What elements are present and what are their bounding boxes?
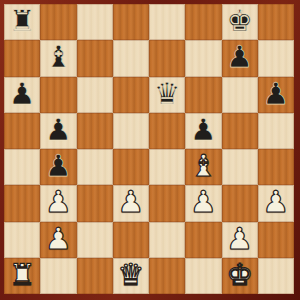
white-queen-d1[interactable]: ♛ [117, 260, 144, 290]
square-f7[interactable] [185, 40, 221, 76]
square-g5[interactable] [222, 113, 258, 149]
square-a8[interactable]: ♜ [4, 4, 40, 40]
white-pawn-d3[interactable]: ♟ [117, 187, 144, 217]
square-d5[interactable] [113, 113, 149, 149]
white-rook-a1[interactable]: ♜ [9, 260, 36, 290]
black-pawn-b4[interactable]: ♟ [45, 151, 72, 181]
black-pawn-b5[interactable]: ♟ [45, 115, 72, 145]
square-e6[interactable]: ♛ [149, 77, 185, 113]
white-pawn-b3[interactable]: ♟ [45, 187, 72, 217]
square-g3[interactable] [222, 185, 258, 221]
square-d3[interactable]: ♟ [113, 185, 149, 221]
square-a7[interactable] [4, 40, 40, 76]
square-b4[interactable]: ♟ [40, 149, 76, 185]
black-queen-e6[interactable]: ♛ [154, 79, 181, 109]
square-h8[interactable] [258, 4, 294, 40]
square-f5[interactable]: ♟ [185, 113, 221, 149]
square-e8[interactable] [149, 4, 185, 40]
square-c6[interactable] [77, 77, 113, 113]
square-g1[interactable]: ♚ [222, 258, 258, 294]
square-e4[interactable] [149, 149, 185, 185]
square-f6[interactable] [185, 77, 221, 113]
square-b3[interactable]: ♟ [40, 185, 76, 221]
square-f4[interactable]: ♝ [185, 149, 221, 185]
square-h1[interactable] [258, 258, 294, 294]
chess-board: ♜♚♝♟♟♛♟♟♟♟♝♟♟♟♟♟♟♜♛♚ [4, 4, 294, 294]
square-h6[interactable]: ♟ [258, 77, 294, 113]
square-f1[interactable] [185, 258, 221, 294]
square-d4[interactable] [113, 149, 149, 185]
square-e3[interactable] [149, 185, 185, 221]
square-g8[interactable]: ♚ [222, 4, 258, 40]
square-c5[interactable] [77, 113, 113, 149]
square-a6[interactable]: ♟ [4, 77, 40, 113]
black-pawn-a6[interactable]: ♟ [9, 79, 36, 109]
square-e5[interactable] [149, 113, 185, 149]
white-pawn-g2[interactable]: ♟ [226, 224, 253, 254]
square-c2[interactable] [77, 222, 113, 258]
black-rook-a8[interactable]: ♜ [9, 6, 36, 36]
white-pawn-f3[interactable]: ♟ [190, 187, 217, 217]
square-f2[interactable] [185, 222, 221, 258]
square-e7[interactable] [149, 40, 185, 76]
square-d8[interactable] [113, 4, 149, 40]
white-bishop-f4[interactable]: ♝ [190, 151, 217, 181]
square-f3[interactable]: ♟ [185, 185, 221, 221]
square-f8[interactable] [185, 4, 221, 40]
square-g6[interactable] [222, 77, 258, 113]
square-d7[interactable] [113, 40, 149, 76]
square-h4[interactable] [258, 149, 294, 185]
square-g2[interactable]: ♟ [222, 222, 258, 258]
black-pawn-h6[interactable]: ♟ [262, 79, 289, 109]
square-b2[interactable]: ♟ [40, 222, 76, 258]
black-pawn-f5[interactable]: ♟ [190, 115, 217, 145]
square-c4[interactable] [77, 149, 113, 185]
square-c3[interactable] [77, 185, 113, 221]
square-h5[interactable] [258, 113, 294, 149]
square-a4[interactable] [4, 149, 40, 185]
square-d1[interactable]: ♛ [113, 258, 149, 294]
square-d6[interactable] [113, 77, 149, 113]
square-g4[interactable] [222, 149, 258, 185]
white-pawn-h3[interactable]: ♟ [262, 187, 289, 217]
square-c8[interactable] [77, 4, 113, 40]
square-c1[interactable] [77, 258, 113, 294]
black-pawn-g7[interactable]: ♟ [226, 42, 253, 72]
square-e2[interactable] [149, 222, 185, 258]
square-b7[interactable]: ♝ [40, 40, 76, 76]
white-king-g1[interactable]: ♚ [226, 260, 253, 290]
square-c7[interactable] [77, 40, 113, 76]
square-b8[interactable] [40, 4, 76, 40]
square-h2[interactable] [258, 222, 294, 258]
square-h7[interactable] [258, 40, 294, 76]
square-a5[interactable] [4, 113, 40, 149]
square-b1[interactable] [40, 258, 76, 294]
square-a2[interactable] [4, 222, 40, 258]
square-a1[interactable]: ♜ [4, 258, 40, 294]
black-bishop-b7[interactable]: ♝ [45, 42, 72, 72]
square-e1[interactable] [149, 258, 185, 294]
square-h3[interactable]: ♟ [258, 185, 294, 221]
black-king-g8[interactable]: ♚ [226, 6, 253, 36]
square-d2[interactable] [113, 222, 149, 258]
white-pawn-b2[interactable]: ♟ [45, 224, 72, 254]
square-g7[interactable]: ♟ [222, 40, 258, 76]
square-a3[interactable] [4, 185, 40, 221]
board-frame: ♜♚♝♟♟♛♟♟♟♟♝♟♟♟♟♟♟♜♛♚ [0, 0, 300, 300]
square-b5[interactable]: ♟ [40, 113, 76, 149]
square-b6[interactable] [40, 77, 76, 113]
